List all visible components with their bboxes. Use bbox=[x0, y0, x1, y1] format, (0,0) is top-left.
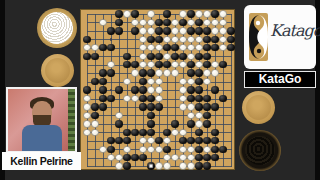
white-stone bbox=[171, 19, 178, 26]
white-stone bbox=[99, 19, 106, 26]
black-stone bbox=[147, 36, 154, 43]
black-stone bbox=[195, 103, 202, 110]
white-stone bbox=[83, 129, 90, 136]
black-stone bbox=[179, 19, 186, 26]
white-stone bbox=[203, 146, 210, 153]
black-stone bbox=[203, 27, 210, 34]
black-stone bbox=[195, 27, 202, 34]
black-stone bbox=[211, 103, 218, 110]
go-board[interactable] bbox=[80, 9, 235, 170]
black-stone bbox=[203, 112, 210, 119]
black-stone bbox=[195, 19, 202, 26]
black-stone bbox=[99, 69, 106, 76]
white-stone bbox=[219, 19, 226, 26]
black-stone bbox=[211, 137, 218, 144]
white-stone bbox=[115, 112, 122, 119]
black-stone bbox=[107, 95, 114, 102]
black-stone bbox=[115, 10, 122, 17]
black-stone bbox=[155, 137, 162, 144]
black-stone bbox=[131, 27, 138, 34]
white-stone bbox=[171, 129, 178, 136]
white-stone bbox=[171, 27, 178, 34]
black-stone bbox=[195, 154, 202, 161]
black-stone bbox=[155, 36, 162, 43]
katago-logo-box: Katago bbox=[244, 5, 316, 69]
white-stone bbox=[155, 162, 162, 169]
black-stone bbox=[107, 137, 114, 144]
white-stone bbox=[147, 61, 154, 68]
white-stone bbox=[195, 36, 202, 43]
player-shirt bbox=[22, 125, 62, 151]
white-stone bbox=[139, 137, 146, 144]
black-stone bbox=[203, 44, 210, 51]
black-stone bbox=[211, 129, 218, 136]
white-stone bbox=[179, 61, 186, 68]
black-stone bbox=[171, 53, 178, 60]
white-stone bbox=[179, 44, 186, 51]
black-stone bbox=[227, 44, 234, 51]
black-stone bbox=[187, 86, 194, 93]
white-stone bbox=[139, 61, 146, 68]
black-stones-pile bbox=[245, 136, 275, 165]
white-stone bbox=[83, 103, 90, 110]
white-stone bbox=[195, 44, 202, 51]
white-stone bbox=[155, 146, 162, 153]
white-stone bbox=[123, 10, 130, 17]
white-stone bbox=[147, 78, 154, 85]
white-stone bbox=[155, 86, 162, 93]
white-stone bbox=[155, 44, 162, 51]
black-stone bbox=[211, 86, 218, 93]
white-stone bbox=[211, 69, 218, 76]
black-stone bbox=[139, 129, 146, 136]
black-stone bbox=[99, 44, 106, 51]
white-stone bbox=[99, 146, 106, 153]
black-stone-bowl bbox=[239, 130, 281, 171]
black-stone bbox=[211, 10, 218, 17]
white-stone bbox=[203, 78, 210, 85]
black-stone bbox=[107, 27, 114, 34]
white-stone bbox=[147, 86, 154, 93]
black-stone bbox=[163, 146, 170, 153]
right-player-name: KataGo bbox=[244, 71, 316, 88]
white-stone bbox=[171, 36, 178, 43]
black-stone bbox=[187, 27, 194, 34]
black-stone bbox=[139, 95, 146, 102]
katago-logo-text: Katago bbox=[270, 21, 316, 40]
white-stone bbox=[131, 95, 138, 102]
white-stone bbox=[179, 86, 186, 93]
black-stone bbox=[179, 53, 186, 60]
black-stone bbox=[131, 86, 138, 93]
last-move-marker bbox=[149, 164, 153, 168]
white-stone bbox=[187, 19, 194, 26]
white-stone bbox=[219, 44, 226, 51]
white-stone bbox=[211, 27, 218, 34]
black-stone bbox=[131, 10, 138, 17]
black-stone bbox=[147, 53, 154, 60]
black-stone bbox=[155, 61, 162, 68]
white-stone bbox=[187, 112, 194, 119]
black-stone bbox=[163, 10, 170, 17]
black-stone bbox=[139, 154, 146, 161]
white-stone bbox=[131, 19, 138, 26]
thumbnail-scene: Kellin Pelrine Katago KataGo bbox=[0, 0, 320, 180]
black-stone bbox=[107, 146, 114, 153]
white-stone bbox=[195, 120, 202, 127]
white-stone bbox=[187, 154, 194, 161]
black-stone bbox=[187, 137, 194, 144]
white-stone bbox=[163, 36, 170, 43]
black-stone bbox=[163, 129, 170, 136]
katago-yinyang-icon bbox=[249, 13, 268, 61]
black-stone bbox=[155, 27, 162, 34]
black-stone bbox=[115, 19, 122, 26]
star-point bbox=[110, 38, 113, 41]
white-stone bbox=[163, 137, 170, 144]
black-stone bbox=[187, 61, 194, 68]
black-stone bbox=[115, 137, 122, 144]
white-stone bbox=[123, 146, 130, 153]
white-stone bbox=[91, 120, 98, 127]
black-stone bbox=[123, 137, 130, 144]
white-stone bbox=[107, 154, 114, 161]
white-stone-bowl bbox=[37, 8, 77, 48]
black-stone bbox=[187, 95, 194, 102]
black-stone bbox=[107, 44, 114, 51]
white-stone bbox=[147, 27, 154, 34]
white-stone bbox=[195, 112, 202, 119]
bowl-lid-left bbox=[41, 54, 74, 87]
black-stone bbox=[147, 103, 154, 110]
black-stone bbox=[171, 44, 178, 51]
black-stone bbox=[203, 154, 210, 161]
black-stone bbox=[187, 10, 194, 17]
black-stone bbox=[91, 78, 98, 85]
black-stone bbox=[83, 36, 90, 43]
black-stone bbox=[195, 95, 202, 102]
white-stone bbox=[187, 78, 194, 85]
black-stone bbox=[99, 95, 106, 102]
black-stone bbox=[203, 36, 210, 43]
black-stone bbox=[115, 86, 122, 93]
white-stone bbox=[179, 154, 186, 161]
white-stone bbox=[179, 103, 186, 110]
black-stone bbox=[147, 120, 154, 127]
white-stone bbox=[139, 19, 146, 26]
black-stone bbox=[139, 69, 146, 76]
black-stone bbox=[83, 53, 90, 60]
white-stone bbox=[179, 95, 186, 102]
white-stone bbox=[187, 44, 194, 51]
white-stone bbox=[179, 78, 186, 85]
black-stone bbox=[139, 78, 146, 85]
white-stone bbox=[83, 44, 90, 51]
white-stone bbox=[179, 146, 186, 153]
black-stone bbox=[139, 86, 146, 93]
black-stone bbox=[163, 27, 170, 34]
black-stone bbox=[211, 36, 218, 43]
bowl-lid-left-inner bbox=[45, 58, 70, 83]
black-stone bbox=[219, 146, 226, 153]
black-stone bbox=[123, 53, 130, 60]
white-stone bbox=[155, 69, 162, 76]
black-stone bbox=[83, 86, 90, 93]
white-stone bbox=[219, 27, 226, 34]
black-stone bbox=[99, 86, 106, 93]
black-stone bbox=[195, 53, 202, 60]
white-stone bbox=[83, 112, 90, 119]
black-stone bbox=[155, 103, 162, 110]
black-stone bbox=[147, 129, 154, 136]
white-stone bbox=[179, 36, 186, 43]
black-stone bbox=[227, 27, 234, 34]
grid-line-h bbox=[87, 132, 232, 133]
white-stone bbox=[147, 44, 154, 51]
white-stone bbox=[147, 146, 154, 153]
bowl-lid-right-inner bbox=[246, 95, 271, 120]
white-stone bbox=[139, 27, 146, 34]
black-stone bbox=[203, 95, 210, 102]
white-stone bbox=[203, 19, 210, 26]
bookshelf-strip bbox=[68, 89, 75, 151]
white-stone bbox=[83, 120, 90, 127]
black-stone bbox=[163, 19, 170, 26]
white-stone bbox=[187, 162, 194, 169]
white-stone bbox=[147, 19, 154, 26]
black-stone bbox=[195, 129, 202, 136]
black-stone bbox=[147, 95, 154, 102]
black-stone bbox=[131, 129, 138, 136]
white-stone bbox=[187, 53, 194, 60]
white-stone bbox=[83, 95, 90, 102]
black-stone bbox=[147, 112, 154, 119]
player-photo bbox=[6, 87, 77, 153]
black-stone bbox=[211, 146, 218, 153]
white-stone bbox=[219, 10, 226, 17]
black-stone bbox=[91, 103, 98, 110]
black-stone bbox=[163, 61, 170, 68]
white-stone bbox=[155, 95, 162, 102]
white-stone bbox=[91, 44, 98, 51]
white-stone bbox=[171, 69, 178, 76]
white-stone bbox=[91, 129, 98, 136]
white-stone bbox=[195, 61, 202, 68]
black-stone bbox=[195, 162, 202, 169]
white-stones-pile bbox=[41, 12, 73, 44]
black-stone bbox=[227, 36, 234, 43]
black-stone bbox=[131, 61, 138, 68]
black-stone bbox=[187, 120, 194, 127]
black-stone bbox=[91, 112, 98, 119]
black-stone bbox=[139, 103, 146, 110]
white-stone bbox=[139, 44, 146, 51]
black-stone bbox=[123, 154, 130, 161]
black-stone bbox=[123, 61, 130, 68]
white-stone bbox=[195, 10, 202, 17]
white-stone bbox=[147, 137, 154, 144]
white-stone bbox=[171, 61, 178, 68]
white-stone bbox=[155, 78, 162, 85]
black-stone bbox=[115, 27, 122, 34]
white-stone bbox=[107, 61, 114, 68]
left-player-name: Kellin Pelrine bbox=[2, 152, 81, 170]
white-stone bbox=[179, 10, 186, 17]
white-stone bbox=[187, 103, 194, 110]
white-stone bbox=[163, 154, 170, 161]
black-stone bbox=[123, 129, 130, 136]
white-stone bbox=[219, 36, 226, 43]
white-stone bbox=[139, 53, 146, 60]
white-stone bbox=[139, 36, 146, 43]
white-stone bbox=[187, 146, 194, 153]
black-stone bbox=[123, 162, 130, 169]
black-stone bbox=[203, 162, 210, 169]
white-stone bbox=[203, 10, 210, 17]
black-stone bbox=[195, 137, 202, 144]
white-stone bbox=[179, 129, 186, 136]
black-stone bbox=[131, 154, 138, 161]
black-stone bbox=[91, 53, 98, 60]
black-stone bbox=[187, 69, 194, 76]
white-stone bbox=[115, 162, 122, 169]
white-stone bbox=[131, 69, 138, 76]
white-stone bbox=[163, 53, 170, 60]
black-stone bbox=[107, 69, 114, 76]
black-stone bbox=[195, 146, 202, 153]
black-stone bbox=[195, 78, 202, 85]
white-stone bbox=[203, 69, 210, 76]
black-stone bbox=[195, 69, 202, 76]
black-stone bbox=[163, 44, 170, 51]
black-stone bbox=[179, 137, 186, 144]
white-stone bbox=[179, 27, 186, 34]
black-stone bbox=[211, 154, 218, 161]
white-stone bbox=[123, 95, 130, 102]
white-stone bbox=[163, 162, 170, 169]
black-stone bbox=[155, 19, 162, 26]
white-stone bbox=[163, 69, 170, 76]
black-stone bbox=[171, 120, 178, 127]
black-stone bbox=[203, 137, 210, 144]
white-stone bbox=[147, 10, 154, 17]
black-stone bbox=[99, 103, 106, 110]
black-stone bbox=[155, 53, 162, 60]
white-stone bbox=[139, 146, 146, 153]
black-stone bbox=[99, 78, 106, 85]
black-stone bbox=[203, 103, 210, 110]
white-stone bbox=[171, 154, 178, 161]
black-stone bbox=[203, 61, 210, 68]
white-stone bbox=[115, 154, 122, 161]
black-stone bbox=[203, 53, 210, 60]
white-stone bbox=[211, 61, 218, 68]
black-stone bbox=[219, 95, 226, 102]
black-stone bbox=[115, 120, 122, 127]
black-stone bbox=[219, 61, 226, 68]
white-stone bbox=[123, 78, 130, 85]
black-stone bbox=[211, 44, 218, 51]
white-stone bbox=[187, 36, 194, 43]
black-stone bbox=[195, 86, 202, 93]
white-stone bbox=[211, 19, 218, 26]
bowl-lid-right bbox=[242, 91, 275, 124]
black-stone bbox=[203, 120, 210, 127]
black-stone bbox=[147, 69, 154, 76]
white-stone bbox=[179, 162, 186, 169]
